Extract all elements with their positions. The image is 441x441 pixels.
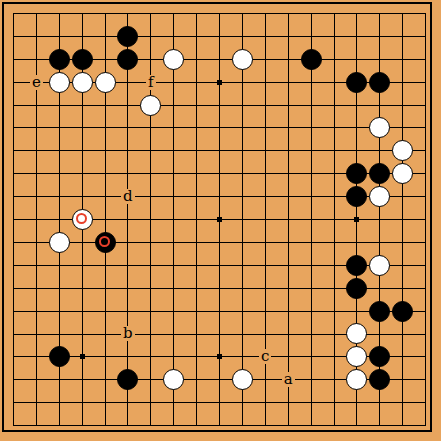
white-stone <box>346 369 367 390</box>
point-label-d: d <box>121 189 135 204</box>
black-stone <box>346 278 367 299</box>
star-point <box>80 354 85 359</box>
point-label-f: f <box>146 75 156 90</box>
white-stone <box>163 369 184 390</box>
black-stone <box>301 49 322 70</box>
white-stone <box>369 186 390 207</box>
white-stone <box>346 346 367 367</box>
black-stone <box>49 49 70 70</box>
black-stone <box>346 163 367 184</box>
white-stone <box>49 72 70 93</box>
black-stone <box>369 301 390 322</box>
black-stone <box>95 232 116 253</box>
circle-marker <box>99 236 110 247</box>
black-stone <box>346 255 367 276</box>
white-stone <box>72 209 93 230</box>
white-stone <box>392 140 413 161</box>
black-stone <box>72 49 93 70</box>
white-stone <box>140 95 161 116</box>
black-stone <box>392 301 413 322</box>
white-stone <box>95 72 116 93</box>
black-stone <box>117 369 138 390</box>
star-point <box>354 217 359 222</box>
star-point <box>217 80 222 85</box>
black-stone <box>346 72 367 93</box>
black-stone <box>369 72 390 93</box>
white-stone <box>369 255 390 276</box>
white-stone <box>72 72 93 93</box>
black-stone <box>49 346 70 367</box>
white-stone <box>369 117 390 138</box>
point-label-a: a <box>282 372 295 387</box>
stone-layer: abcdef <box>2 2 437 437</box>
black-stone <box>346 186 367 207</box>
black-stone <box>369 346 390 367</box>
black-stone <box>117 49 138 70</box>
white-stone <box>232 49 253 70</box>
white-stone <box>346 323 367 344</box>
black-stone <box>369 163 390 184</box>
point-label-c: c <box>259 349 271 364</box>
point-label-e: e <box>30 75 43 90</box>
go-board: abcdef <box>0 0 441 441</box>
white-stone <box>232 369 253 390</box>
circle-marker <box>76 213 87 224</box>
star-point <box>217 354 222 359</box>
white-stone <box>163 49 184 70</box>
black-stone <box>117 26 138 47</box>
black-stone <box>369 369 390 390</box>
star-point <box>217 217 222 222</box>
white-stone <box>392 163 413 184</box>
white-stone <box>49 232 70 253</box>
point-label-b: b <box>121 326 135 341</box>
